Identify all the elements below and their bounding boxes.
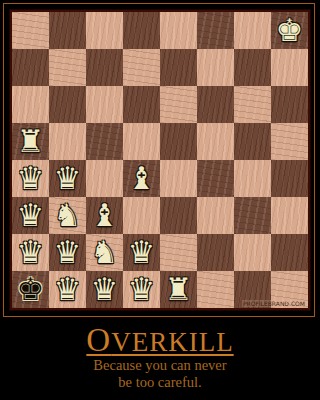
square-c1: ♛ (86, 271, 123, 308)
square-e3 (160, 197, 197, 234)
white-queen-a4: ♛ (12, 160, 49, 197)
demotivational-poster: PROFILEBRAND.COM ♚♜♛♛♝♛♞♝♛♛♞♛♚♛♛♛♜ OVERK… (0, 0, 320, 400)
square-e6 (160, 86, 197, 123)
square-f1 (197, 271, 234, 308)
white-rook-e1: ♜ (160, 271, 197, 308)
square-h7 (271, 49, 308, 86)
white-knight-c2: ♞ (86, 234, 123, 271)
white-queen-b1: ♛ (49, 271, 86, 308)
white-queen-a3: ♛ (12, 197, 49, 234)
square-e5 (160, 123, 197, 160)
square-b2: ♛ (49, 234, 86, 271)
square-c5 (86, 123, 123, 160)
square-a2: ♛ (12, 234, 49, 271)
square-d2: ♛ (123, 234, 160, 271)
square-g5 (234, 123, 271, 160)
square-c7 (86, 49, 123, 86)
square-g7 (234, 49, 271, 86)
square-d6 (123, 86, 160, 123)
white-queen-a2: ♛ (12, 234, 49, 271)
poster-title-initial: O (86, 322, 111, 358)
square-e7 (160, 49, 197, 86)
square-e8 (160, 12, 197, 49)
square-f7 (197, 49, 234, 86)
white-queen-b2: ♛ (49, 234, 86, 271)
white-queen-c1: ♛ (86, 271, 123, 308)
square-f6 (197, 86, 234, 123)
white-bishop-d4: ♝ (123, 160, 160, 197)
square-f4 (197, 160, 234, 197)
square-e2 (160, 234, 197, 271)
square-c6 (86, 86, 123, 123)
white-rook-a5: ♜ (12, 123, 49, 160)
white-king-h8: ♚ (271, 12, 308, 49)
square-g2 (234, 234, 271, 271)
square-f5 (197, 123, 234, 160)
square-g4 (234, 160, 271, 197)
square-f2 (197, 234, 234, 271)
square-c8 (86, 12, 123, 49)
square-d5 (123, 123, 160, 160)
square-h3 (271, 197, 308, 234)
square-h4 (271, 160, 308, 197)
black-king-a1: ♚ (12, 271, 49, 308)
poster-title-text: OVERKILL (86, 327, 233, 357)
square-b4: ♛ (49, 160, 86, 197)
square-h8: ♚ (271, 12, 308, 49)
square-d1: ♛ (123, 271, 160, 308)
square-h2 (271, 234, 308, 271)
poster-subtitle: Because you can never be too careful. (0, 357, 320, 391)
white-knight-b3: ♞ (49, 197, 86, 234)
white-bishop-c3: ♝ (86, 197, 123, 234)
square-b6 (49, 86, 86, 123)
square-g8 (234, 12, 271, 49)
square-a1: ♚ (12, 271, 49, 308)
white-queen-d2: ♛ (123, 234, 160, 271)
chess-board: PROFILEBRAND.COM ♚♜♛♛♝♛♞♝♛♛♞♛♚♛♛♛♜ (10, 10, 310, 310)
square-e4 (160, 160, 197, 197)
square-c3: ♝ (86, 197, 123, 234)
square-a8 (12, 12, 49, 49)
square-d3 (123, 197, 160, 234)
square-b7 (49, 49, 86, 86)
square-a3: ♛ (12, 197, 49, 234)
square-b3: ♞ (49, 197, 86, 234)
square-a4: ♛ (12, 160, 49, 197)
square-f3 (197, 197, 234, 234)
square-b8 (49, 12, 86, 49)
square-d4: ♝ (123, 160, 160, 197)
square-d7 (123, 49, 160, 86)
subtitle-line-2: be too careful. (0, 374, 320, 391)
square-b5 (49, 123, 86, 160)
square-d8 (123, 12, 160, 49)
square-c2: ♞ (86, 234, 123, 271)
square-a5: ♜ (12, 123, 49, 160)
poster-title: OVERKILL (0, 322, 320, 359)
square-g3 (234, 197, 271, 234)
square-e1: ♜ (160, 271, 197, 308)
square-c4 (86, 160, 123, 197)
square-a6 (12, 86, 49, 123)
subtitle-line-1: Because you can never (0, 357, 320, 374)
square-g6 (234, 86, 271, 123)
square-h5 (271, 123, 308, 160)
square-f8 (197, 12, 234, 49)
square-b1: ♛ (49, 271, 86, 308)
square-h6 (271, 86, 308, 123)
watermark: PROFILEBRAND.COM (242, 300, 306, 307)
white-queen-d1: ♛ (123, 271, 160, 308)
square-a7 (12, 49, 49, 86)
white-queen-b4: ♛ (49, 160, 86, 197)
